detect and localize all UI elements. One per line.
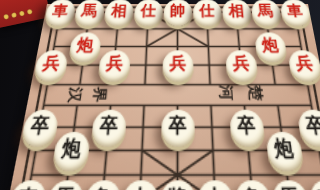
- board-point[interactable]: 兵: [33, 56, 68, 75]
- board-point[interactable]: 炮: [52, 139, 91, 163]
- board-point[interactable]: [127, 95, 161, 116]
- board-point[interactable]: 馬: [44, 188, 85, 190]
- board-point[interactable]: [193, 56, 226, 75]
- board-point[interactable]: 炮: [265, 139, 304, 163]
- box-dot-icon: [19, 10, 25, 16]
- board-point[interactable]: [132, 20, 163, 37]
- piece-glyph: 車: [51, 4, 69, 18]
- board-point[interactable]: 兵: [287, 56, 320, 75]
- board-point[interactable]: 卒: [228, 116, 264, 139]
- piece-glyph: 相: [228, 4, 244, 18]
- piece-glyph: 兵: [105, 56, 123, 73]
- board-point[interactable]: 兵: [161, 56, 193, 75]
- piece-glyph: 車: [286, 4, 304, 18]
- board-point[interactable]: 車: [5, 188, 47, 190]
- board-point[interactable]: [65, 56, 99, 75]
- board-point[interactable]: 象: [233, 188, 273, 190]
- piece-glyph: 將: [168, 188, 188, 190]
- board-point[interactable]: 帥: [163, 4, 193, 20]
- piece-glyph: 卒: [237, 116, 257, 136]
- box-dot-icon: [11, 12, 17, 18]
- box-dot-icon: [27, 9, 33, 15]
- board-point[interactable]: [124, 139, 160, 163]
- board-point[interactable]: [258, 75, 293, 95]
- board-point[interactable]: [300, 139, 320, 163]
- board-point[interactable]: 車: [307, 188, 320, 190]
- box-dot-icon: [3, 14, 9, 20]
- xiangqi-board[interactable]: 汉 界 河 楚 車馬相仕帥仕相馬車炮炮兵兵兵兵兵卒卒卒卒卒炮炮車馬象士將士象馬車: [0, 4, 320, 190]
- board-point[interactable]: [290, 75, 320, 95]
- board-point[interactable]: [62, 75, 97, 95]
- piece-glyph: 兵: [169, 56, 186, 73]
- board-point[interactable]: [230, 139, 268, 163]
- board-point[interactable]: 炮: [68, 38, 101, 56]
- board-point[interactable]: [128, 75, 161, 95]
- board-point[interactable]: [193, 38, 225, 56]
- piece-glyph: 兵: [41, 56, 60, 73]
- piece-glyph: 象: [91, 188, 113, 190]
- board-point[interactable]: 兵: [224, 56, 257, 75]
- board-point[interactable]: 馬: [73, 4, 105, 20]
- board-point[interactable]: 卒: [90, 116, 126, 139]
- board-point[interactable]: [101, 20, 133, 37]
- board-point[interactable]: [29, 75, 65, 95]
- piece-glyph: 象: [242, 188, 264, 190]
- photo-scene: 汉 界 河 楚 車馬相仕帥仕相馬車炮炮兵兵兵兵兵卒卒卒卒卒炮炮車馬象士將士象馬車: [0, 0, 320, 190]
- board-point[interactable]: [282, 20, 315, 37]
- board-point[interactable]: 馬: [250, 4, 282, 20]
- board-point[interactable]: [192, 20, 223, 37]
- piece-glyph: 炮: [261, 38, 279, 54]
- board-point[interactable]: [160, 139, 196, 163]
- piece-glyph: 帥: [170, 4, 185, 18]
- board-point[interactable]: 卒: [160, 116, 195, 139]
- piece-glyph: 兵: [295, 56, 314, 73]
- piece-glyph: 卒: [304, 116, 320, 136]
- board-point[interactable]: [226, 75, 260, 95]
- piece-glyph: 車: [15, 188, 39, 190]
- piece-glyph: 相: [111, 4, 127, 18]
- board-point[interactable]: [95, 75, 129, 95]
- board-point[interactable]: [59, 95, 95, 116]
- board-point[interactable]: [222, 20, 254, 37]
- piece-glyph: 仕: [199, 4, 215, 18]
- board-point[interactable]: [260, 95, 296, 116]
- board-point[interactable]: [194, 116, 229, 139]
- piece-glyph: 卒: [99, 116, 119, 136]
- piece-glyph: 炮: [61, 139, 82, 160]
- board-point[interactable]: [256, 56, 290, 75]
- board-point[interactable]: 車: [279, 4, 311, 20]
- board-point[interactable]: 仕: [192, 4, 222, 20]
- board-point[interactable]: [16, 139, 56, 163]
- board-point[interactable]: 相: [221, 4, 252, 20]
- board-point[interactable]: 卒: [296, 116, 320, 139]
- piece-glyph: 馬: [279, 188, 302, 190]
- board-point[interactable]: [162, 20, 192, 37]
- board-point[interactable]: 士: [196, 188, 235, 190]
- piece-glyph: 卒: [29, 116, 50, 136]
- piece-glyph: 卒: [168, 116, 186, 136]
- piece-glyph: 士: [205, 188, 225, 190]
- board-point[interactable]: 車: [44, 4, 76, 20]
- piece-glyph: 馬: [257, 4, 274, 18]
- board-point[interactable]: 馬: [270, 188, 311, 190]
- board-point[interactable]: 象: [82, 188, 122, 190]
- piece-glyph: 車: [316, 188, 320, 190]
- board-point[interactable]: [40, 20, 73, 37]
- piece-glyph: 馬: [53, 188, 76, 190]
- board-point[interactable]: [161, 75, 194, 95]
- board-point[interactable]: [131, 38, 163, 56]
- board-point[interactable]: [125, 116, 160, 139]
- board-point[interactable]: [194, 75, 227, 95]
- piece-glyph: 士: [130, 188, 150, 190]
- piece-glyph: 炮: [273, 139, 294, 160]
- board-point[interactable]: [195, 139, 231, 163]
- board-point[interactable]: 士: [120, 188, 159, 190]
- board-point[interactable]: [194, 95, 228, 116]
- board-point[interactable]: 將: [158, 188, 196, 190]
- board-point[interactable]: 仕: [133, 4, 163, 20]
- piece-glyph: 炮: [76, 38, 94, 54]
- board-point[interactable]: 炮: [254, 38, 287, 56]
- piece-glyph: 仕: [140, 4, 156, 18]
- board-point[interactable]: [88, 139, 126, 163]
- board-point[interactable]: [129, 56, 162, 75]
- board-point[interactable]: 卒: [20, 116, 58, 139]
- piece-glyph: 馬: [81, 4, 98, 18]
- board-point[interactable]: 兵: [97, 56, 130, 75]
- board-point[interactable]: 相: [103, 4, 134, 20]
- piece-glyph: 兵: [232, 56, 250, 73]
